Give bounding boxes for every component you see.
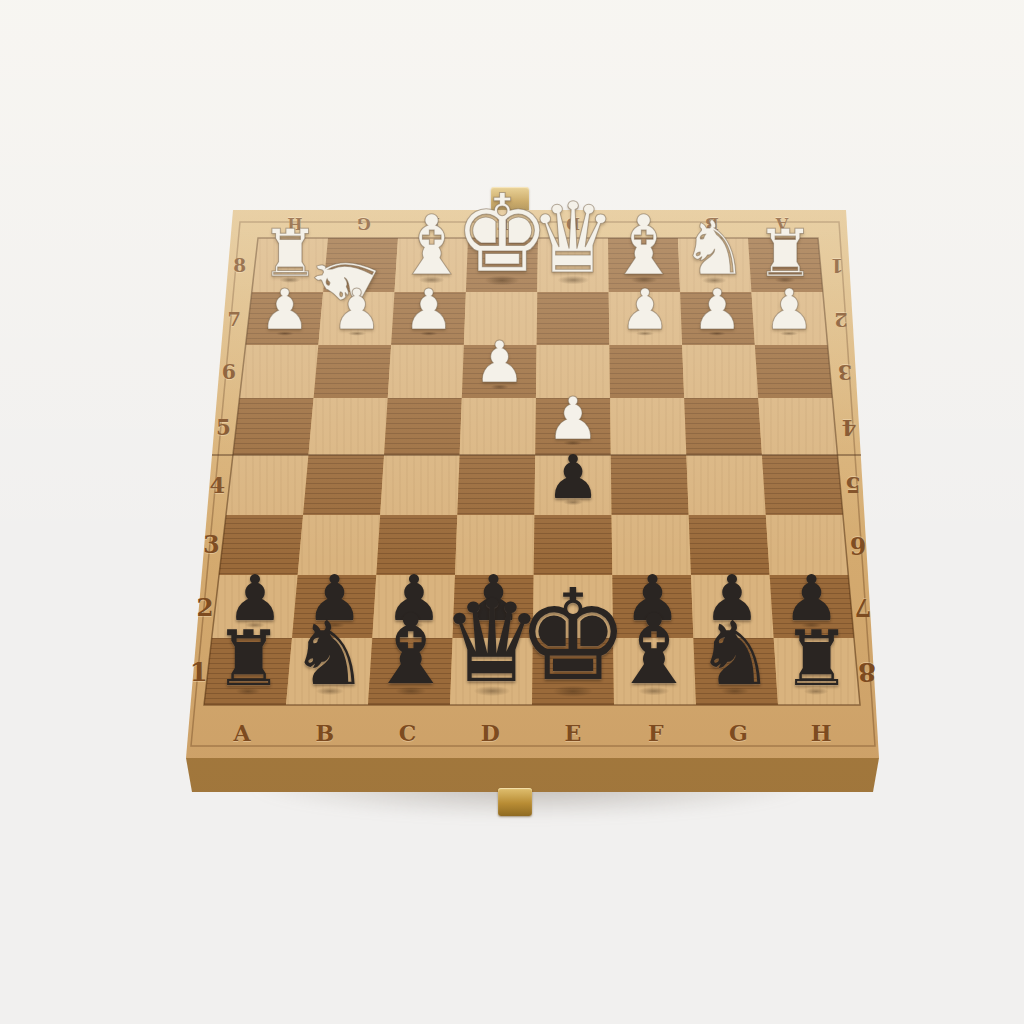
file-label-bottom-D: D: [481, 720, 500, 746]
piece-white-pawn-e5[interactable]: ♟: [547, 389, 600, 448]
rank-label-left-4: 4: [210, 472, 226, 498]
piece-white-rook-h8[interactable]: ♜: [756, 221, 814, 286]
rank-label-right-4: 4: [842, 414, 857, 439]
rank-label-left-1: 1: [190, 657, 208, 687]
file-label-bottom-G: G: [729, 720, 748, 746]
rank-label-left-3: 3: [203, 531, 219, 559]
photo-stage: 8172635445362718ABCDEFGHHGFEDCBA ♜♞♝♚♛♝♞…: [0, 0, 1024, 1024]
piece-white-pawn-g7[interactable]: ♟: [692, 282, 743, 338]
rank-label-left-6: 6: [222, 360, 236, 384]
piece-black-knight-b1[interactable]: ♞: [290, 610, 369, 698]
piece-white-bishop-f8[interactable]: ♝: [607, 204, 681, 287]
file-label-top-G: G: [357, 214, 371, 233]
piece-white-pawn-h7[interactable]: ♟: [764, 282, 815, 338]
file-label-bottom-A: A: [234, 720, 251, 746]
piece-white-queen-e8[interactable]: ♛: [529, 190, 616, 288]
piece-white-pawn-c7[interactable]: ♟: [404, 282, 455, 338]
piece-black-pawn-e4[interactable]: ♟: [546, 447, 600, 507]
rank-label-right-6: 6: [850, 531, 866, 559]
rank-label-left-2: 2: [197, 592, 214, 621]
rank-label-left-5: 5: [216, 414, 231, 439]
piece-white-pawn-b7[interactable]: ♟: [332, 282, 383, 338]
piece-white-pawn-a7[interactable]: ♟: [259, 282, 310, 338]
rank-label-left-7: 7: [227, 307, 241, 330]
piece-black-rook-h1[interactable]: ♜: [782, 621, 850, 697]
file-label-bottom-H: H: [811, 720, 832, 746]
clasp-icon: [498, 788, 532, 816]
piece-black-bishop-f1[interactable]: ♝: [611, 602, 698, 699]
rank-label-left-8: 8: [233, 255, 246, 276]
rank-label-right-5: 5: [846, 472, 862, 498]
piece-black-rook-a1[interactable]: ♜: [214, 621, 282, 697]
piece-white-pawn-d6[interactable]: ♟: [474, 334, 526, 392]
file-label-bottom-E: E: [565, 720, 582, 746]
piece-white-pawn-f7[interactable]: ♟: [620, 282, 671, 338]
rank-label-right-8: 8: [858, 657, 876, 687]
rank-label-right-7: 7: [854, 592, 871, 621]
piece-white-knight-g8[interactable]: ♞: [681, 211, 748, 286]
rank-label-right-3: 3: [838, 360, 852, 384]
rank-label-right-2: 2: [834, 307, 848, 330]
piece-black-knight-g1[interactable]: ♞: [696, 610, 775, 698]
file-label-bottom-C: C: [399, 720, 417, 746]
file-label-bottom-B: B: [316, 720, 335, 746]
file-label-bottom-F: F: [648, 720, 664, 746]
rank-label-right-1: 1: [830, 255, 843, 276]
